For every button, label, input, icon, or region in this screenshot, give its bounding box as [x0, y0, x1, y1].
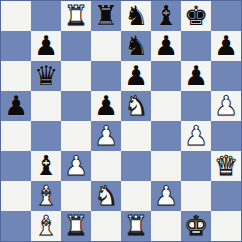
square-h3[interactable]: ♛	[211, 151, 241, 181]
square-a1[interactable]	[1, 211, 31, 241]
black-rook[interactable]: ♜	[94, 2, 118, 29]
square-d8[interactable]: ♜	[91, 1, 121, 31]
square-h5[interactable]: ♟	[211, 91, 241, 121]
square-c8[interactable]: ♜	[61, 1, 91, 31]
square-h1[interactable]	[211, 211, 241, 241]
square-g8[interactable]: ♚	[181, 1, 211, 31]
black-bishop[interactable]: ♝	[34, 152, 58, 179]
square-e7[interactable]: ♞	[121, 31, 151, 61]
black-pawn[interactable]: ♟	[94, 92, 118, 119]
square-f1[interactable]	[151, 211, 181, 241]
black-pawn[interactable]: ♟	[154, 32, 178, 59]
square-a2[interactable]	[1, 181, 31, 211]
black-pawn[interactable]: ♟	[184, 62, 208, 89]
black-bishop[interactable]: ♝	[154, 2, 178, 29]
square-d7[interactable]	[91, 31, 121, 61]
black-pawn[interactable]: ♟	[34, 32, 58, 59]
square-d3[interactable]	[91, 151, 121, 181]
square-b6[interactable]: ♛	[31, 61, 61, 91]
square-g1[interactable]: ♚	[181, 211, 211, 241]
square-b8[interactable]	[31, 1, 61, 31]
black-knight[interactable]: ♞	[124, 2, 148, 29]
chess-board: ♜♜♞♝♚♟♞♟♟♛♟♟♟♟♞♟♟♟♝♟♛♝♞♟♝♜♜♚	[0, 0, 242, 242]
white-pawn[interactable]: ♟	[64, 152, 88, 179]
white-knight[interactable]: ♞	[94, 182, 118, 209]
white-pawn[interactable]: ♟	[154, 182, 178, 209]
square-e5[interactable]: ♞	[121, 91, 151, 121]
square-f7[interactable]: ♟	[151, 31, 181, 61]
square-e1[interactable]: ♜	[121, 211, 151, 241]
square-g7[interactable]	[181, 31, 211, 61]
square-e3[interactable]	[121, 151, 151, 181]
square-a7[interactable]	[1, 31, 31, 61]
square-g5[interactable]	[181, 91, 211, 121]
square-b5[interactable]	[31, 91, 61, 121]
square-c5[interactable]	[61, 91, 91, 121]
white-bishop[interactable]: ♝	[34, 212, 58, 239]
square-a6[interactable]	[1, 61, 31, 91]
square-d4[interactable]: ♟	[91, 121, 121, 151]
square-b7[interactable]: ♟	[31, 31, 61, 61]
square-e6[interactable]: ♟	[121, 61, 151, 91]
white-rook[interactable]: ♜	[64, 2, 88, 29]
square-c2[interactable]	[61, 181, 91, 211]
square-h6[interactable]	[211, 61, 241, 91]
black-knight[interactable]: ♞	[124, 32, 148, 59]
square-d6[interactable]	[91, 61, 121, 91]
square-e4[interactable]	[121, 121, 151, 151]
square-c3[interactable]: ♟	[61, 151, 91, 181]
square-a3[interactable]	[1, 151, 31, 181]
square-d5[interactable]: ♟	[91, 91, 121, 121]
square-g6[interactable]: ♟	[181, 61, 211, 91]
square-e8[interactable]: ♞	[121, 1, 151, 31]
square-h2[interactable]	[211, 181, 241, 211]
white-pawn[interactable]: ♟	[184, 122, 208, 149]
square-f3[interactable]	[151, 151, 181, 181]
square-c4[interactable]	[61, 121, 91, 151]
white-king[interactable]: ♚	[184, 212, 208, 239]
square-b3[interactable]: ♝	[31, 151, 61, 181]
square-h8[interactable]	[211, 1, 241, 31]
square-f6[interactable]	[151, 61, 181, 91]
square-b2[interactable]: ♝	[31, 181, 61, 211]
square-h7[interactable]: ♟	[211, 31, 241, 61]
white-queen[interactable]: ♛	[214, 152, 238, 179]
square-b4[interactable]	[31, 121, 61, 151]
square-a8[interactable]	[1, 1, 31, 31]
black-pawn[interactable]: ♟	[4, 92, 28, 119]
square-g4[interactable]: ♟	[181, 121, 211, 151]
square-c6[interactable]	[61, 61, 91, 91]
black-king[interactable]: ♚	[184, 2, 208, 29]
square-a5[interactable]: ♟	[1, 91, 31, 121]
square-f8[interactable]: ♝	[151, 1, 181, 31]
white-bishop[interactable]: ♝	[34, 182, 58, 209]
square-d1[interactable]	[91, 211, 121, 241]
square-e2[interactable]	[121, 181, 151, 211]
square-b1[interactable]: ♝	[31, 211, 61, 241]
black-pawn[interactable]: ♟	[124, 62, 148, 89]
white-knight[interactable]: ♞	[124, 92, 148, 119]
black-pawn[interactable]: ♟	[214, 32, 238, 59]
square-f2[interactable]: ♟	[151, 181, 181, 211]
white-rook[interactable]: ♜	[64, 212, 88, 239]
white-rook[interactable]: ♜	[124, 212, 148, 239]
black-queen[interactable]: ♛	[34, 62, 58, 89]
square-h4[interactable]	[211, 121, 241, 151]
square-a4[interactable]	[1, 121, 31, 151]
square-g3[interactable]	[181, 151, 211, 181]
white-pawn[interactable]: ♟	[214, 92, 238, 119]
white-pawn[interactable]: ♟	[94, 122, 118, 149]
square-d2[interactable]: ♞	[91, 181, 121, 211]
square-c1[interactable]: ♜	[61, 211, 91, 241]
square-f5[interactable]	[151, 91, 181, 121]
square-c7[interactable]	[61, 31, 91, 61]
square-f4[interactable]	[151, 121, 181, 151]
square-g2[interactable]	[181, 181, 211, 211]
